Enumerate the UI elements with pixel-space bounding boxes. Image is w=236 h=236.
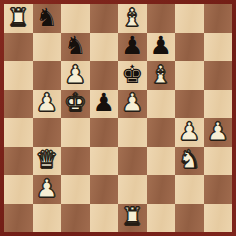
square-d5[interactable]: ♟ [90, 90, 119, 119]
square-g4[interactable]: ♟ [175, 118, 204, 147]
square-f1[interactable] [147, 204, 176, 233]
square-h2[interactable] [204, 175, 233, 204]
square-b8[interactable]: ♞ [33, 4, 62, 33]
piece-white-knight[interactable]: ♞ [178, 147, 200, 172]
square-d3[interactable] [90, 147, 119, 176]
piece-black-pawn[interactable]: ♟ [150, 33, 172, 58]
square-e1[interactable]: ♜ [118, 204, 147, 233]
chess-board: ♜♞♝♞♟♟♟♚♝♟♚♟♟♟♟♛♞♟♜ [4, 4, 232, 232]
square-h1[interactable] [204, 204, 233, 233]
square-f2[interactable] [147, 175, 176, 204]
square-a3[interactable] [4, 147, 33, 176]
square-g8[interactable] [175, 4, 204, 33]
square-g7[interactable] [175, 33, 204, 62]
square-b2[interactable]: ♟ [33, 175, 62, 204]
piece-black-pawn[interactable]: ♟ [93, 90, 115, 115]
square-b1[interactable] [33, 204, 62, 233]
square-h3[interactable] [204, 147, 233, 176]
piece-white-rook[interactable]: ♜ [7, 5, 29, 30]
square-c6[interactable]: ♟ [61, 61, 90, 90]
square-c7[interactable]: ♞ [61, 33, 90, 62]
piece-white-pawn[interactable]: ♟ [207, 119, 229, 144]
piece-white-queen[interactable]: ♛ [36, 147, 58, 172]
square-f6[interactable]: ♝ [147, 61, 176, 90]
square-h5[interactable] [204, 90, 233, 119]
square-d6[interactable] [90, 61, 119, 90]
square-a2[interactable] [4, 175, 33, 204]
square-d1[interactable] [90, 204, 119, 233]
piece-white-pawn[interactable]: ♟ [36, 176, 58, 201]
square-d2[interactable] [90, 175, 119, 204]
square-e5[interactable]: ♟ [118, 90, 147, 119]
square-f4[interactable] [147, 118, 176, 147]
square-a6[interactable] [4, 61, 33, 90]
square-f3[interactable] [147, 147, 176, 176]
square-h7[interactable] [204, 33, 233, 62]
square-d7[interactable] [90, 33, 119, 62]
square-g3[interactable]: ♞ [175, 147, 204, 176]
square-b4[interactable] [33, 118, 62, 147]
square-g2[interactable] [175, 175, 204, 204]
piece-black-knight[interactable]: ♞ [36, 5, 58, 30]
square-h4[interactable]: ♟ [204, 118, 233, 147]
piece-white-pawn[interactable]: ♟ [36, 90, 58, 115]
square-a7[interactable] [4, 33, 33, 62]
square-e8[interactable]: ♝ [118, 4, 147, 33]
square-c8[interactable] [61, 4, 90, 33]
square-f7[interactable]: ♟ [147, 33, 176, 62]
square-c1[interactable] [61, 204, 90, 233]
square-b3[interactable]: ♛ [33, 147, 62, 176]
square-h8[interactable] [204, 4, 233, 33]
square-e6[interactable]: ♚ [118, 61, 147, 90]
square-h6[interactable] [204, 61, 233, 90]
piece-white-pawn[interactable]: ♟ [178, 119, 200, 144]
square-c5[interactable]: ♚ [61, 90, 90, 119]
square-e3[interactable] [118, 147, 147, 176]
square-c2[interactable] [61, 175, 90, 204]
square-e7[interactable]: ♟ [118, 33, 147, 62]
square-f5[interactable] [147, 90, 176, 119]
piece-black-knight[interactable]: ♞ [64, 33, 86, 58]
piece-white-bishop[interactable]: ♝ [150, 62, 172, 87]
square-g1[interactable] [175, 204, 204, 233]
piece-white-rook[interactable]: ♜ [121, 204, 143, 229]
piece-black-pawn[interactable]: ♟ [121, 33, 143, 58]
square-b5[interactable]: ♟ [33, 90, 62, 119]
square-e2[interactable] [118, 175, 147, 204]
square-c3[interactable] [61, 147, 90, 176]
square-a5[interactable] [4, 90, 33, 119]
square-e4[interactable] [118, 118, 147, 147]
piece-black-king[interactable]: ♚ [121, 62, 143, 87]
square-d4[interactable] [90, 118, 119, 147]
piece-white-pawn[interactable]: ♟ [121, 90, 143, 115]
square-g5[interactable] [175, 90, 204, 119]
board-frame: ♜♞♝♞♟♟♟♚♝♟♚♟♟♟♟♛♞♟♜ [0, 0, 236, 236]
square-a1[interactable] [4, 204, 33, 233]
piece-white-pawn[interactable]: ♟ [64, 62, 86, 87]
square-g6[interactable] [175, 61, 204, 90]
square-b6[interactable] [33, 61, 62, 90]
square-c4[interactable] [61, 118, 90, 147]
piece-white-king[interactable]: ♚ [64, 90, 86, 115]
square-a4[interactable] [4, 118, 33, 147]
square-d8[interactable] [90, 4, 119, 33]
square-b7[interactable] [33, 33, 62, 62]
piece-white-bishop[interactable]: ♝ [121, 5, 143, 30]
square-f8[interactable] [147, 4, 176, 33]
square-a8[interactable]: ♜ [4, 4, 33, 33]
